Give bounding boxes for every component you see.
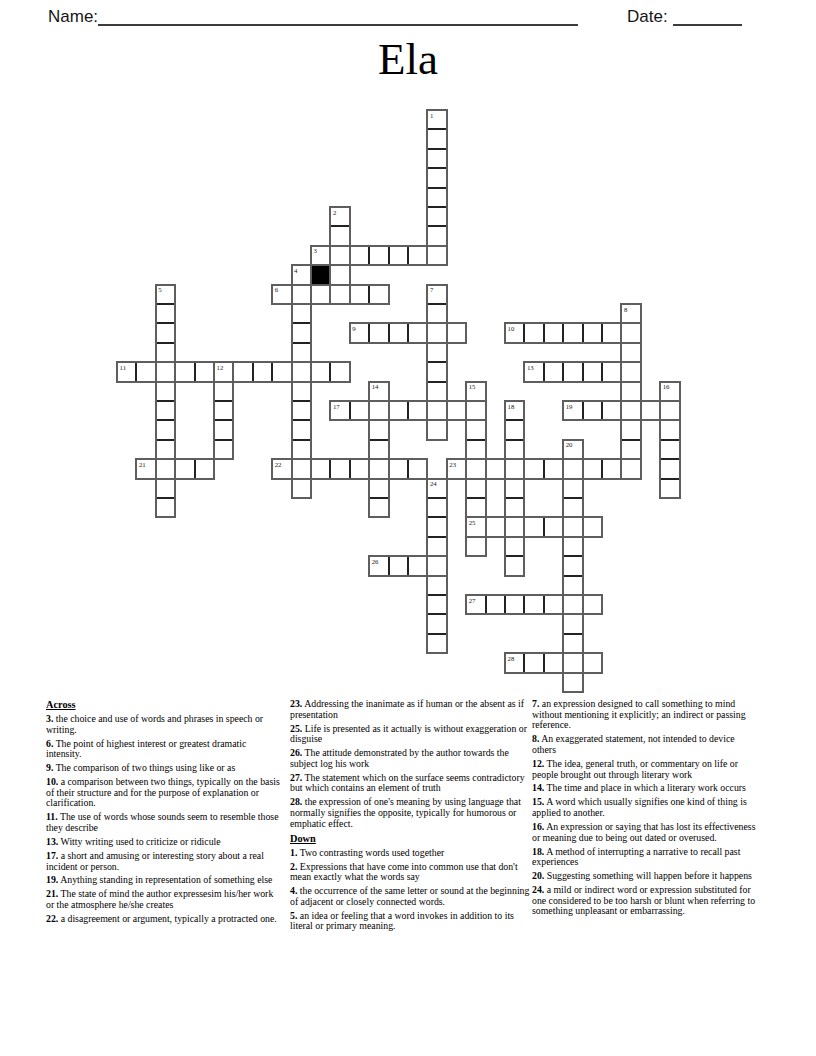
grid-cell[interactable]	[156, 459, 175, 478]
grid-cell[interactable]	[466, 498, 485, 517]
grid-cell[interactable]	[544, 459, 563, 478]
grid-cell[interactable]	[292, 343, 311, 362]
crossword-grid: 1234567891011121314151617181920212223242…	[117, 110, 680, 692]
grid-cell[interactable]	[195, 459, 214, 478]
clue-number: 28.	[290, 796, 302, 807]
cell-number: 11	[120, 364, 127, 371]
grid-cell[interactable]	[156, 382, 175, 401]
grid-cell[interactable]	[389, 401, 408, 420]
grid-cell[interactable]	[621, 343, 640, 362]
grid-cell[interactable]	[292, 323, 311, 342]
clue-down-4: 4. the occurrence of the same letter or …	[290, 886, 535, 907]
grid-cell[interactable]	[292, 285, 311, 304]
clue-number: 20.	[532, 870, 544, 881]
grid-cell[interactable]	[427, 634, 446, 653]
grid-cell[interactable]	[272, 362, 291, 381]
grid-cell[interactable]	[563, 537, 582, 556]
clue-column-2: 23. Addressing the inanimate as if human…	[290, 699, 535, 935]
grid-cell[interactable]	[486, 517, 505, 536]
grid-cell[interactable]: 3	[311, 246, 330, 265]
cell-number: 3	[314, 247, 317, 254]
grid-cell[interactable]	[330, 285, 349, 304]
clue-number: 4.	[290, 885, 297, 896]
clue-number: 5.	[290, 910, 297, 921]
clue-across-28: 28. the expression of one's meaning by u…	[290, 797, 535, 829]
grid-cell[interactable]	[311, 285, 330, 304]
clue-number: 10.	[46, 776, 58, 787]
grid-cell[interactable]	[583, 595, 602, 614]
cell-number: 9	[352, 325, 355, 332]
grid-cell[interactable]: 20	[563, 440, 582, 459]
grid-cell[interactable]	[311, 459, 330, 478]
grid-cell[interactable]	[292, 401, 311, 420]
grid-cell[interactable]	[544, 595, 563, 614]
clue-down-1: 1. Two contrasting words used together	[290, 848, 535, 859]
grid-cell[interactable]	[156, 498, 175, 517]
grid-cell[interactable]	[427, 537, 446, 556]
grid-cell[interactable]	[311, 362, 330, 381]
grid-cell[interactable]	[563, 323, 582, 342]
clue-down-8: 8. An exaggerated statement, not intende…	[532, 734, 760, 755]
clue-number: 19.	[46, 874, 58, 885]
grid-cell[interactable]	[641, 401, 660, 420]
grid-cell[interactable]	[408, 246, 427, 265]
cell-number: 27	[469, 597, 476, 604]
grid-cell[interactable]	[350, 401, 369, 420]
clue-down-20: 20. Suggesting something will happen bef…	[532, 871, 760, 882]
grid-cell[interactable]	[466, 479, 485, 498]
grid-cell[interactable]: 7	[427, 285, 446, 304]
grid-cell[interactable]: 1	[427, 110, 446, 129]
grid-cell[interactable]	[156, 479, 175, 498]
grid-cell[interactable]: 6	[272, 285, 291, 304]
cell-number: 19	[566, 403, 573, 410]
cell-number: 1	[430, 112, 433, 119]
grid-cell[interactable]	[466, 440, 485, 459]
grid-cell[interactable]	[214, 440, 233, 459]
clue-down-5: 5. an idea or feeling that a word invoke…	[290, 911, 535, 932]
grid-cell[interactable]	[175, 362, 194, 381]
grid-cell[interactable]	[621, 459, 640, 478]
grid-cell[interactable]	[583, 362, 602, 381]
grid-cell[interactable]	[369, 246, 388, 265]
grid-cell[interactable]: 5	[156, 285, 175, 304]
grid-cell[interactable]	[369, 479, 388, 498]
grid-cell[interactable]	[369, 498, 388, 517]
clue-column-1: Across3. the choice and use of words and…	[46, 699, 282, 928]
grid-cell[interactable]	[563, 556, 582, 575]
cell-number: 18	[508, 403, 515, 410]
clue-across-3: 3. the choice and use of words and phras…	[46, 714, 282, 735]
cell-number: 26	[372, 558, 379, 565]
worksheet-page: Name: Date: Ela 123456789101112131415161…	[0, 0, 816, 1056]
clue-across-27: 27. The statement which on the surface s…	[290, 773, 535, 794]
cell-number: 4	[294, 267, 297, 274]
cell-number: 5	[158, 286, 161, 293]
grid-cell[interactable]	[427, 498, 446, 517]
grid-cell[interactable]	[602, 459, 621, 478]
grid-cell[interactable]	[621, 440, 640, 459]
grid-cell[interactable]: 10	[505, 323, 524, 342]
grid-cell[interactable]	[136, 362, 155, 381]
grid-cell[interactable]	[427, 556, 446, 575]
grid-cell[interactable]: 12	[214, 362, 233, 381]
cell-number: 2	[333, 209, 336, 216]
cell-number: 17	[333, 403, 340, 410]
clue-across-22: 22. a disagreement or argument, typicall…	[46, 914, 282, 925]
grid-cell[interactable]	[427, 362, 446, 381]
grid-cell[interactable]	[330, 459, 349, 478]
grid-cell[interactable]	[660, 459, 679, 478]
grid-cell[interactable]	[427, 188, 446, 207]
grid-cell[interactable]	[156, 343, 175, 362]
grid-cell[interactable]	[253, 362, 272, 381]
clue-across-23: 23. Addressing the inanimate as if human…	[290, 699, 535, 720]
grid-cell[interactable]: 19	[563, 401, 582, 420]
clue-across-19: 19. Anything standing in representation …	[46, 875, 282, 886]
grid-cell[interactable]	[505, 595, 524, 614]
grid-cell[interactable]	[544, 362, 563, 381]
grid-cell[interactable]	[408, 459, 427, 478]
clue-number: 3.	[46, 713, 53, 724]
grid-cell[interactable]: 25	[466, 517, 485, 536]
clue-number: 15.	[532, 796, 544, 807]
grid-cell[interactable]	[292, 420, 311, 439]
grid-cell[interactable]	[427, 149, 446, 168]
grid-cell[interactable]	[389, 246, 408, 265]
clue-down-18: 18. A method of interrupting a narrative…	[532, 847, 760, 868]
grid-cell[interactable]	[621, 420, 640, 439]
clue-across-6: 6. The point of highest interest or grea…	[46, 739, 282, 760]
cell-number: 20	[566, 441, 573, 448]
clue-number: 1.	[290, 847, 297, 858]
grid-cell[interactable]	[427, 246, 446, 265]
clue-down-14: 14. The time and place in which a litera…	[532, 783, 760, 794]
cell-number: 28	[508, 655, 515, 662]
clue-number: 25.	[290, 723, 302, 734]
grid-cell[interactable]	[602, 362, 621, 381]
clue-down-12: 12. The idea, general truth, or commenta…	[532, 759, 760, 780]
grid-cell[interactable]	[563, 614, 582, 633]
grid-cell[interactable]	[427, 168, 446, 187]
grid-cell[interactable]: 22	[272, 459, 291, 478]
cell-number: 6	[275, 286, 278, 293]
grid-cell[interactable]	[195, 362, 214, 381]
grid-cell[interactable]	[544, 653, 563, 672]
grid-cell[interactable]	[427, 226, 446, 245]
grid-cell[interactable]	[427, 420, 446, 439]
grid-cell[interactable]	[583, 401, 602, 420]
clue-number: 7.	[532, 698, 539, 709]
down-heading: Down	[290, 833, 535, 844]
grid-cell[interactable]	[505, 459, 524, 478]
grid-cell[interactable]	[156, 304, 175, 323]
grid-cell[interactable]	[563, 634, 582, 653]
clue-column-3: 7. an expression designed to call someth…	[532, 699, 760, 920]
cell-number: 8	[624, 306, 627, 313]
grid-cell[interactable]	[583, 323, 602, 342]
clue-number: 6.	[46, 738, 53, 749]
grid-cell[interactable]	[505, 420, 524, 439]
grid-cell[interactable]	[292, 440, 311, 459]
grid-cell[interactable]	[369, 401, 388, 420]
grid-cell[interactable]	[447, 401, 466, 420]
clue-number: 16.	[532, 821, 544, 832]
grid-cell[interactable]	[156, 323, 175, 342]
grid-cell[interactable]	[408, 401, 427, 420]
grid-cell[interactable]	[292, 362, 311, 381]
clue-number: 14.	[532, 782, 544, 793]
grid-cell[interactable]	[660, 420, 679, 439]
clue-number: 17.	[46, 850, 58, 861]
clue-number: 9.	[46, 762, 53, 773]
cell-number: 24	[430, 480, 437, 487]
clue-down-2: 2. Expressions that have come into commo…	[290, 862, 535, 883]
grid-cell[interactable]	[389, 459, 408, 478]
grid-cell[interactable]	[583, 517, 602, 536]
grid-cell[interactable]	[505, 498, 524, 517]
grid-cell[interactable]: 8	[621, 304, 640, 323]
grid-cell[interactable]	[563, 595, 582, 614]
grid-cell[interactable]	[660, 440, 679, 459]
cell-number: 15	[469, 383, 476, 390]
grid-cell[interactable]: 28	[505, 653, 524, 672]
grid-cell[interactable]	[214, 382, 233, 401]
puzzle-title: Ela	[0, 33, 816, 85]
grid-cell[interactable]: 17	[330, 401, 349, 420]
grid-cell[interactable]	[427, 323, 446, 342]
grid-cell[interactable]	[292, 304, 311, 323]
grid-cell[interactable]	[427, 343, 446, 362]
clue-number: 24.	[532, 884, 544, 895]
grid-cell[interactable]	[563, 459, 582, 478]
grid-cell[interactable]: 14	[369, 382, 388, 401]
grid-cell[interactable]: 11	[117, 362, 136, 381]
black-cell	[311, 265, 330, 284]
grid-cell[interactable]: 21	[136, 459, 155, 478]
grid-cell[interactable]	[427, 614, 446, 633]
grid-cell[interactable]: 27	[466, 595, 485, 614]
grid-cell[interactable]	[524, 595, 543, 614]
cell-number: 7	[430, 286, 433, 293]
grid-cell[interactable]	[350, 459, 369, 478]
grid-cell[interactable]	[233, 362, 252, 381]
grid-cell[interactable]	[466, 459, 485, 478]
grid-cell[interactable]	[330, 265, 349, 284]
clue-across-10: 10. a comparison between two things, typ…	[46, 777, 282, 809]
grid-cell[interactable]	[427, 517, 446, 536]
date-blank-line	[673, 24, 742, 26]
grid-cell[interactable]: 2	[330, 207, 349, 226]
grid-cell[interactable]: 9	[350, 323, 369, 342]
clue-number: 11.	[46, 811, 58, 822]
clue-number: 23.	[290, 698, 302, 709]
grid-cell[interactable]	[292, 382, 311, 401]
grid-cell[interactable]	[427, 576, 446, 595]
clue-number: 8.	[532, 733, 539, 744]
grid-cell[interactable]	[369, 285, 388, 304]
cell-number: 10	[508, 325, 515, 332]
grid-cell[interactable]	[505, 556, 524, 575]
grid-cell[interactable]	[389, 323, 408, 342]
grid-cell[interactable]	[524, 323, 543, 342]
clue-number: 26.	[290, 747, 302, 758]
grid-cell[interactable]	[563, 362, 582, 381]
grid-cell[interactable]	[466, 401, 485, 420]
grid-cell[interactable]	[505, 440, 524, 459]
grid-cell[interactable]	[292, 479, 311, 498]
grid-cell[interactable]	[602, 401, 621, 420]
grid-cell[interactable]: 23	[447, 459, 466, 478]
grid-cell[interactable]	[505, 537, 524, 556]
clue-down-16: 16. An expression or saying that has los…	[532, 822, 760, 843]
grid-cell[interactable]	[505, 517, 524, 536]
grid-cell[interactable]	[447, 323, 466, 342]
clue-down-15: 15. A word which usually signifies one k…	[532, 797, 760, 818]
date-label: Date:	[627, 7, 668, 27]
clue-number: 13.	[46, 836, 58, 847]
grid-cell[interactable]	[330, 362, 349, 381]
grid-cell[interactable]	[621, 382, 640, 401]
grid-cell[interactable]: 4	[292, 265, 311, 284]
grid-cell[interactable]: 16	[660, 382, 679, 401]
grid-cell[interactable]	[330, 246, 349, 265]
cell-number: 13	[527, 364, 534, 371]
clue-number: 22.	[46, 913, 58, 924]
clue-across-17: 17. a short and amusing or interesting s…	[46, 851, 282, 872]
grid-cell[interactable]	[524, 517, 543, 536]
clue-number: 2.	[290, 861, 297, 872]
grid-cell[interactable]	[466, 537, 485, 556]
grid-cell[interactable]	[563, 498, 582, 517]
grid-cell[interactable]: 15	[466, 382, 485, 401]
cell-number: 25	[469, 519, 476, 526]
clue-number: 18.	[532, 846, 544, 857]
cell-number: 12	[217, 364, 224, 371]
clue-down-7: 7. an expression designed to call someth…	[532, 699, 760, 731]
grid-cell[interactable]	[602, 323, 621, 342]
grid-cell[interactable]	[427, 401, 446, 420]
clue-number: 21.	[46, 888, 58, 899]
grid-cell[interactable]: 26	[369, 556, 388, 575]
clue-across-26: 26. The attitude demonstrated by the aut…	[290, 748, 535, 769]
grid-cell[interactable]	[427, 382, 446, 401]
grid-cell[interactable]: 18	[505, 401, 524, 420]
grid-cell[interactable]	[369, 440, 388, 459]
grid-cell[interactable]	[583, 653, 602, 672]
cell-number: 14	[372, 383, 379, 390]
grid-cell[interactable]	[292, 459, 311, 478]
clue-across-11: 11. The use of words whose sounds seem t…	[46, 812, 282, 833]
grid-cell[interactable]	[544, 323, 563, 342]
grid-cell[interactable]	[427, 207, 446, 226]
grid-cell[interactable]	[505, 479, 524, 498]
name-label: Name:	[48, 7, 98, 27]
grid-cell[interactable]	[156, 440, 175, 459]
grid-cell[interactable]	[389, 556, 408, 575]
grid-cell[interactable]	[369, 420, 388, 439]
cell-number: 23	[449, 461, 456, 468]
grid-cell[interactable]	[350, 285, 369, 304]
grid-cell[interactable]	[369, 323, 388, 342]
grid-cell[interactable]	[427, 129, 446, 148]
across-heading: Across	[46, 699, 282, 710]
grid-cell[interactable]	[330, 226, 349, 245]
grid-cell[interactable]: 13	[524, 362, 543, 381]
cell-number: 22	[275, 461, 282, 468]
grid-cell[interactable]	[563, 517, 582, 536]
cell-number: 16	[663, 383, 670, 390]
grid-cell[interactable]	[427, 595, 446, 614]
grid-cell[interactable]	[486, 459, 505, 478]
grid-cell[interactable]	[621, 362, 640, 381]
clue-down-24: 24. a mild or indirect word or expressio…	[532, 885, 760, 917]
name-blank-line	[98, 24, 578, 26]
grid-cell[interactable]	[466, 420, 485, 439]
grid-cell[interactable]	[156, 401, 175, 420]
grid-cell[interactable]	[660, 401, 679, 420]
grid-cell[interactable]	[563, 653, 582, 672]
clue-across-21: 21. The state of mind the author express…	[46, 889, 282, 910]
grid-cell[interactable]	[175, 459, 194, 478]
grid-cell[interactable]	[621, 323, 640, 342]
clue-across-25: 25. Life is presented as it actually is …	[290, 724, 535, 745]
grid-cell[interactable]	[563, 576, 582, 595]
clue-across-13: 13. Witty writing used to criticize or r…	[46, 837, 282, 848]
grid-cell[interactable]	[408, 323, 427, 342]
grid-cell[interactable]	[563, 479, 582, 498]
grid-cell[interactable]	[156, 420, 175, 439]
grid-cell[interactable]	[621, 401, 640, 420]
grid-cell[interactable]	[486, 595, 505, 614]
grid-cell[interactable]	[544, 517, 563, 536]
grid-cell[interactable]	[660, 479, 679, 498]
grid-cell[interactable]: 24	[427, 479, 446, 498]
grid-cell[interactable]	[214, 420, 233, 439]
clue-number: 12.	[532, 758, 544, 769]
grid-cell[interactable]	[583, 459, 602, 478]
grid-cell[interactable]	[156, 362, 175, 381]
cell-number: 21	[139, 461, 146, 468]
clue-number: 27.	[290, 772, 302, 783]
grid-cell[interactable]	[214, 401, 233, 420]
grid-cell[interactable]	[350, 246, 369, 265]
grid-cell[interactable]	[563, 673, 582, 692]
grid-cell[interactable]	[369, 459, 388, 478]
clue-across-9: 9. The comparison of two things using li…	[46, 763, 282, 774]
grid-cell[interactable]	[408, 556, 427, 575]
grid-cell[interactable]	[524, 653, 543, 672]
grid-cell[interactable]	[427, 304, 446, 323]
grid-cell[interactable]	[524, 459, 543, 478]
